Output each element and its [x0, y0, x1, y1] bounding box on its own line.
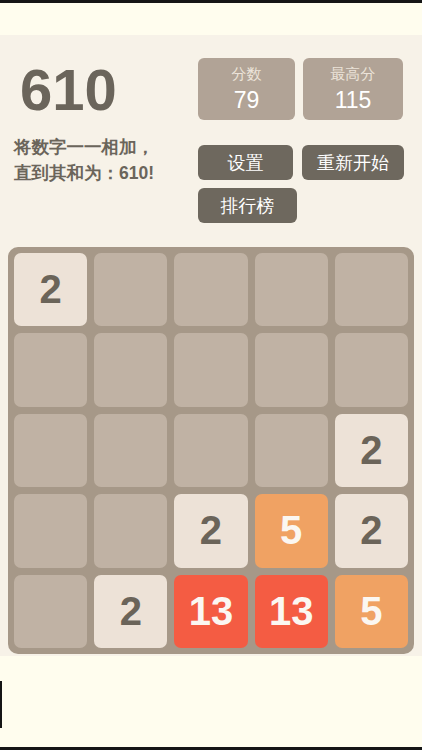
tile-2: 2: [335, 494, 408, 567]
empty-cell: [14, 414, 87, 487]
tile-5: 5: [255, 494, 328, 567]
tile-5: 5: [335, 575, 408, 648]
empty-cell: [255, 414, 328, 487]
subtitle-line-1: 将数字一一相加，: [14, 134, 204, 160]
tile-2: 2: [174, 494, 247, 567]
empty-cell: [14, 333, 87, 406]
tile-13: 13: [174, 575, 247, 648]
empty-cell: [94, 414, 167, 487]
game-board[interactable]: 22252213135: [8, 247, 414, 654]
empty-cell: [14, 494, 87, 567]
tile-2: 2: [14, 253, 87, 326]
best-score-box: 最高分 115: [303, 58, 403, 120]
tile-13: 13: [255, 575, 328, 648]
empty-cell: [335, 333, 408, 406]
settings-button[interactable]: 设置: [198, 145, 293, 180]
top-black-edge: [0, 0, 422, 3]
empty-cell: [174, 414, 247, 487]
empty-cell: [255, 253, 328, 326]
empty-cell: [14, 575, 87, 648]
empty-cell: [335, 253, 408, 326]
tile-2: 2: [335, 414, 408, 487]
subtitle-line-2: 直到其和为：610!: [14, 160, 204, 186]
empty-cell: [174, 333, 247, 406]
empty-cell: [94, 253, 167, 326]
best-score-value: 115: [335, 86, 372, 114]
empty-cell: [174, 253, 247, 326]
app-screen: 610 将数字一一相加， 直到其和为：610! 分数 79 最高分 115 设置…: [0, 0, 422, 750]
score-label: 分数: [232, 64, 262, 84]
restart-button[interactable]: 重新开始: [302, 145, 404, 180]
page-title: 610: [20, 55, 180, 125]
tile-2: 2: [94, 575, 167, 648]
subtitle: 将数字一一相加， 直到其和为：610!: [14, 134, 204, 186]
leaderboard-button[interactable]: 排行榜: [198, 188, 297, 223]
score-value: 79: [234, 86, 260, 114]
empty-cell: [255, 333, 328, 406]
empty-cell: [94, 494, 167, 567]
empty-cell: [94, 333, 167, 406]
best-score-label: 最高分: [331, 64, 376, 84]
left-edge-mark: [0, 681, 2, 728]
score-box: 分数 79: [198, 58, 295, 120]
